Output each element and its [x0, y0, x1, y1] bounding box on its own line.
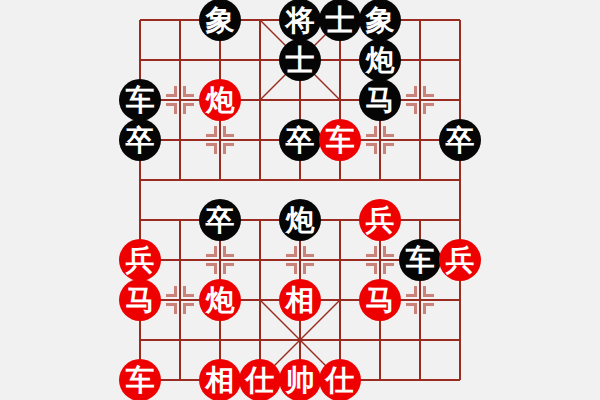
- piece-red-horse[interactable]: 马: [359, 279, 401, 321]
- piece-red-general[interactable]: 帅: [279, 359, 321, 400]
- piece-red-elephant[interactable]: 相: [279, 279, 321, 321]
- piece-red-cannon[interactable]: 炮: [199, 79, 241, 121]
- piece-black-pawn[interactable]: 卒: [279, 119, 321, 161]
- piece-black-elephant[interactable]: 象: [199, 0, 241, 41]
- piece-black-advisor[interactable]: 士: [319, 0, 361, 41]
- piece-red-pawn[interactable]: 兵: [359, 199, 401, 241]
- xiangqi-app: 象将士象士炮车炮马卒卒车卒卒炮兵兵车兵马炮相马车相仕帅仕: [0, 0, 600, 400]
- piece-red-pawn[interactable]: 兵: [119, 239, 161, 281]
- piece-red-elephant[interactable]: 相: [199, 359, 241, 400]
- xiangqi-board: 象将士象士炮车炮马卒卒车卒卒炮兵兵车兵马炮相马车相仕帅仕: [0, 0, 600, 400]
- piece-red-advisor[interactable]: 仕: [239, 359, 281, 400]
- piece-red-cannon[interactable]: 炮: [199, 279, 241, 321]
- piece-black-chariot[interactable]: 车: [119, 79, 161, 121]
- piece-red-horse[interactable]: 马: [119, 279, 161, 321]
- piece-black-cannon[interactable]: 炮: [279, 199, 321, 241]
- piece-red-chariot[interactable]: 车: [119, 359, 161, 400]
- piece-black-pawn[interactable]: 卒: [439, 119, 481, 161]
- piece-black-advisor[interactable]: 士: [279, 39, 321, 81]
- piece-black-pawn[interactable]: 卒: [199, 199, 241, 241]
- piece-black-elephant[interactable]: 象: [359, 0, 401, 41]
- pieces-layer: 象将士象士炮车炮马卒卒车卒卒炮兵兵车兵马炮相马车相仕帅仕: [120, 0, 480, 400]
- piece-black-general[interactable]: 将: [279, 0, 321, 41]
- piece-red-chariot[interactable]: 车: [319, 119, 361, 161]
- piece-black-pawn[interactable]: 卒: [119, 119, 161, 161]
- piece-black-cannon[interactable]: 炮: [359, 39, 401, 81]
- piece-black-horse[interactable]: 马: [359, 79, 401, 121]
- piece-red-advisor[interactable]: 仕: [319, 359, 361, 400]
- piece-red-pawn[interactable]: 兵: [439, 239, 481, 281]
- piece-black-chariot[interactable]: 车: [399, 239, 441, 281]
